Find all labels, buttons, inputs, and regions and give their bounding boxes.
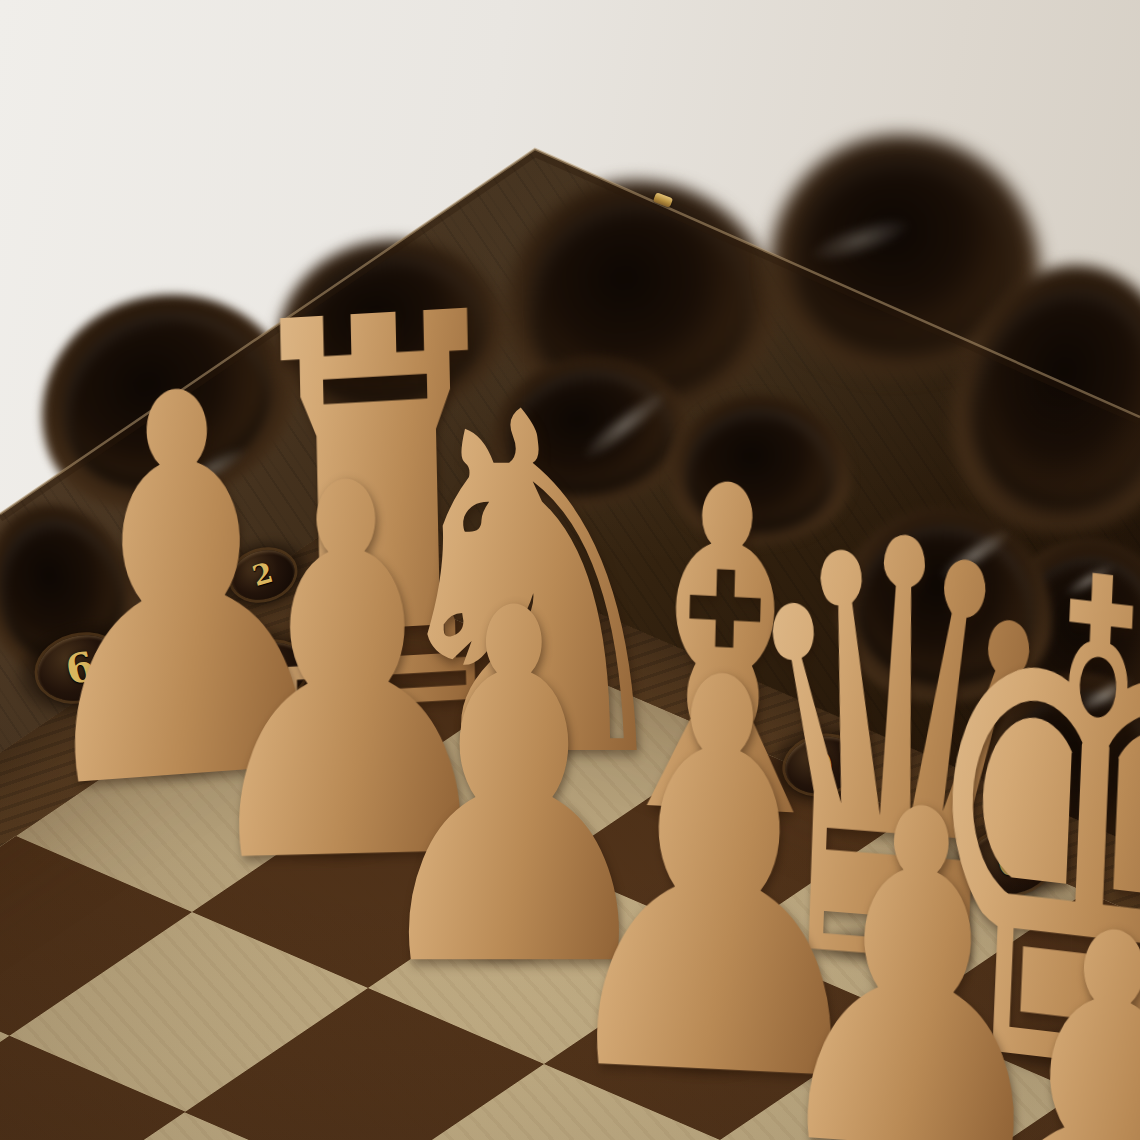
product-photo-chess-backgammon-board: { "game": "chess", "scene": { "subject":… xyxy=(0,0,1140,1140)
pieces-layer: ♜♞♟♝♟♛♟♚♟♟♟ xyxy=(0,0,1140,1140)
piece-white-pawn-f2[interactable]: ♟ xyxy=(924,855,1140,1140)
